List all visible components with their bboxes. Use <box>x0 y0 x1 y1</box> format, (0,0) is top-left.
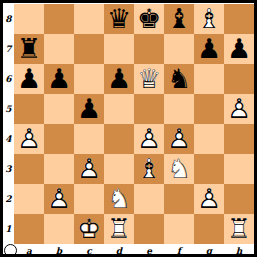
square-c3[interactable]: ♟♙ <box>74 154 104 184</box>
piece-black-pawn[interactable]: ♟ <box>44 64 74 94</box>
square-e7[interactable] <box>134 34 164 64</box>
piece-white-bishop-fill: ♝ <box>194 4 224 34</box>
square-d8[interactable]: ♛ <box>104 4 134 34</box>
square-c1[interactable]: ♚♔ <box>74 214 104 244</box>
piece-white-bishop[interactable]: ♗ <box>134 154 164 184</box>
square-f8[interactable]: ♝ <box>164 4 194 34</box>
piece-white-knight[interactable]: ♘ <box>164 154 194 184</box>
piece-white-queen-fill: ♛ <box>134 64 164 94</box>
piece-white-pawn-fill: ♟ <box>134 124 164 154</box>
square-b6[interactable]: ♟ <box>44 64 74 94</box>
square-a5[interactable] <box>14 94 44 124</box>
square-h6[interactable] <box>224 64 254 94</box>
square-g8[interactable]: ♝♗ <box>194 4 224 34</box>
piece-white-pawn[interactable]: ♙ <box>44 184 74 214</box>
square-f4[interactable]: ♟♙ <box>164 124 194 154</box>
square-c6[interactable] <box>74 64 104 94</box>
square-b7[interactable] <box>44 34 74 64</box>
square-e8[interactable]: ♚ <box>134 4 164 34</box>
chess-diagram: 87654321 ♛♚♝♝♗♜♟♟♟♟♟♛♕♞♟♟♙♟♙♟♙♟♙♟♙♝♗♞♘♟♙… <box>0 0 257 257</box>
square-g3[interactable] <box>194 154 224 184</box>
rank-label-1: 1 <box>3 214 14 244</box>
piece-white-knight-fill: ♞ <box>164 154 194 184</box>
piece-black-pawn[interactable]: ♟ <box>74 94 104 124</box>
rank-label-2: 2 <box>3 184 14 214</box>
file-label-h: h <box>224 244 254 257</box>
square-d1[interactable]: ♜♖ <box>104 214 134 244</box>
piece-white-rook[interactable]: ♖ <box>224 214 254 244</box>
rank-label-4: 4 <box>3 124 14 154</box>
square-c7[interactable] <box>74 34 104 64</box>
square-b4[interactable] <box>44 124 74 154</box>
chess-board: ♛♚♝♝♗♜♟♟♟♟♟♛♕♞♟♟♙♟♙♟♙♟♙♟♙♝♗♞♘♟♙♞♘♟♙♚♔♜♖♜… <box>14 4 254 244</box>
file-label-b: b <box>44 244 74 257</box>
piece-white-queen[interactable]: ♕ <box>134 64 164 94</box>
file-label-d: d <box>104 244 134 257</box>
rank-label-7: 7 <box>3 34 14 64</box>
piece-white-pawn-fill: ♟ <box>74 154 104 184</box>
piece-white-pawn[interactable]: ♙ <box>194 184 224 214</box>
rank-label-3: 3 <box>3 154 14 184</box>
file-label-g: g <box>194 244 224 257</box>
square-b2[interactable]: ♟♙ <box>44 184 74 214</box>
square-a4[interactable]: ♟♙ <box>14 124 44 154</box>
piece-white-pawn[interactable]: ♙ <box>164 124 194 154</box>
piece-white-king[interactable]: ♔ <box>74 214 104 244</box>
piece-black-bishop[interactable]: ♝ <box>164 4 194 34</box>
piece-black-pawn[interactable]: ♟ <box>194 34 224 64</box>
square-b3[interactable] <box>44 154 74 184</box>
rank-label-5: 5 <box>3 94 14 124</box>
square-b1[interactable] <box>44 214 74 244</box>
piece-white-bishop-fill: ♝ <box>134 154 164 184</box>
square-c4[interactable] <box>74 124 104 154</box>
piece-black-pawn[interactable]: ♟ <box>104 64 134 94</box>
piece-white-bishop[interactable]: ♗ <box>194 4 224 34</box>
piece-white-rook-fill: ♜ <box>104 214 134 244</box>
square-c5[interactable]: ♟ <box>74 94 104 124</box>
piece-white-pawn-fill: ♟ <box>194 184 224 214</box>
piece-white-pawn-fill: ♟ <box>164 124 194 154</box>
square-g4[interactable] <box>194 124 224 154</box>
square-h8[interactable] <box>224 4 254 34</box>
square-e1[interactable] <box>134 214 164 244</box>
square-h4[interactable] <box>224 124 254 154</box>
square-f7[interactable] <box>164 34 194 64</box>
square-d2[interactable]: ♞♘ <box>104 184 134 214</box>
square-d4[interactable] <box>104 124 134 154</box>
square-e3[interactable]: ♝♗ <box>134 154 164 184</box>
file-label-a: a <box>14 244 44 257</box>
square-c8[interactable] <box>74 4 104 34</box>
square-h3[interactable] <box>224 154 254 184</box>
piece-white-king-fill: ♚ <box>74 214 104 244</box>
square-e2[interactable] <box>134 184 164 214</box>
piece-white-knight[interactable]: ♘ <box>104 184 134 214</box>
square-f1[interactable] <box>164 214 194 244</box>
piece-white-pawn[interactable]: ♙ <box>14 124 44 154</box>
piece-black-rook[interactable]: ♜ <box>14 34 44 64</box>
square-a2[interactable] <box>14 184 44 214</box>
square-f2[interactable] <box>164 184 194 214</box>
piece-black-queen[interactable]: ♛ <box>104 4 134 34</box>
square-h5[interactable]: ♟♙ <box>224 94 254 124</box>
piece-black-pawn[interactable]: ♟ <box>14 64 44 94</box>
square-e6[interactable]: ♛♕ <box>134 64 164 94</box>
square-h2[interactable] <box>224 184 254 214</box>
square-e4[interactable]: ♟♙ <box>134 124 164 154</box>
piece-white-pawn[interactable]: ♙ <box>74 154 104 184</box>
square-d3[interactable] <box>104 154 134 184</box>
square-a7[interactable]: ♜ <box>14 34 44 64</box>
square-d5[interactable] <box>104 94 134 124</box>
piece-white-rook[interactable]: ♖ <box>104 214 134 244</box>
square-g7[interactable]: ♟ <box>194 34 224 64</box>
piece-white-pawn-fill: ♟ <box>14 124 44 154</box>
turn-indicator-white-to-move <box>4 244 17 257</box>
square-g5[interactable] <box>194 94 224 124</box>
square-f6[interactable]: ♞ <box>164 64 194 94</box>
rank-label-8: 8 <box>3 4 14 34</box>
square-g6[interactable] <box>194 64 224 94</box>
piece-white-rook-fill: ♜ <box>224 214 254 244</box>
file-labels: abcdefgh <box>14 244 254 257</box>
piece-white-pawn[interactable]: ♙ <box>224 94 254 124</box>
rank-label-6: 6 <box>3 64 14 94</box>
square-g2[interactable]: ♟♙ <box>194 184 224 214</box>
piece-white-knight-fill: ♞ <box>104 184 134 214</box>
square-a8[interactable] <box>14 4 44 34</box>
piece-white-pawn-fill: ♟ <box>224 94 254 124</box>
file-label-c: c <box>74 244 104 257</box>
square-f3[interactable]: ♞♘ <box>164 154 194 184</box>
square-g1[interactable] <box>194 214 224 244</box>
rank-labels: 87654321 <box>3 4 14 244</box>
piece-black-king[interactable]: ♚ <box>134 4 164 34</box>
piece-white-pawn-fill: ♟ <box>44 184 74 214</box>
piece-white-pawn[interactable]: ♙ <box>134 124 164 154</box>
square-a6[interactable]: ♟ <box>14 64 44 94</box>
square-e5[interactable] <box>134 94 164 124</box>
file-label-f: f <box>164 244 194 257</box>
square-c2[interactable] <box>74 184 104 214</box>
square-h7[interactable]: ♟ <box>224 34 254 64</box>
square-d7[interactable] <box>104 34 134 64</box>
square-a3[interactable] <box>14 154 44 184</box>
file-label-e: e <box>134 244 164 257</box>
piece-black-pawn[interactable]: ♟ <box>224 34 254 64</box>
square-b5[interactable] <box>44 94 74 124</box>
square-f5[interactable] <box>164 94 194 124</box>
square-h1[interactable]: ♜♖ <box>224 214 254 244</box>
square-d6[interactable]: ♟ <box>104 64 134 94</box>
square-a1[interactable] <box>14 214 44 244</box>
square-b8[interactable] <box>44 4 74 34</box>
piece-black-knight[interactable]: ♞ <box>164 64 194 94</box>
